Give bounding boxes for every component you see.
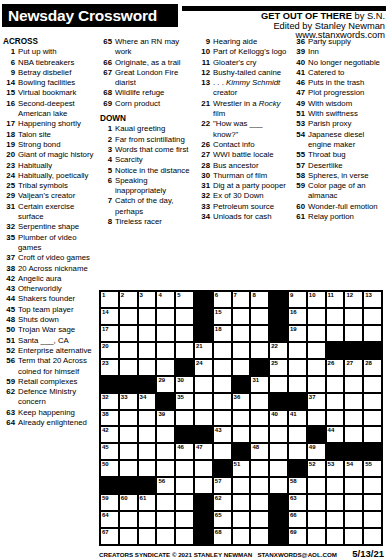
grid-cell[interactable]	[344, 325, 363, 342]
grid-cell[interactable]	[307, 528, 326, 545]
clue-text: Thurman of film	[213, 171, 290, 181]
grid-cell[interactable]: 48	[250, 443, 269, 460]
grid-cell[interactable]: 52	[307, 460, 326, 477]
grid-cell[interactable]	[269, 426, 288, 443]
clue-text: Shakers founder	[18, 294, 97, 304]
clue-number: 4	[100, 155, 112, 165]
grid-cell[interactable]	[269, 477, 288, 494]
clue-number: 25	[3, 181, 15, 191]
grid-cell[interactable]	[307, 359, 326, 376]
grid-cell[interactable]	[232, 511, 251, 528]
black-cell	[269, 494, 288, 511]
grid-cell[interactable]	[175, 410, 194, 427]
grid-cell[interactable]	[213, 443, 232, 460]
grid-cell[interactable]: 16	[288, 308, 307, 325]
grid-cell[interactable]	[138, 342, 157, 359]
black-cell	[156, 393, 175, 410]
grid-cell[interactable]	[175, 342, 194, 359]
grid-cell[interactable]	[232, 426, 251, 443]
down-clue-32: 32Ex of 30 Down	[198, 191, 290, 201]
grid-cell[interactable]	[175, 511, 194, 528]
clue-number: 6	[3, 58, 15, 68]
cell-number: 13	[365, 292, 372, 299]
down-clue-22: 22"How was ___ know?"	[198, 119, 290, 140]
clue-text: Desertlike	[308, 161, 385, 171]
grid-cell[interactable]	[194, 460, 213, 477]
grid-cell[interactable]	[156, 426, 175, 443]
cell-number: 1	[102, 292, 105, 299]
clue-text: Notice in the distance	[115, 166, 196, 176]
clue-text: Great London Fire diarist	[115, 68, 196, 89]
clue-number: 1	[3, 47, 15, 57]
clue-number: 11	[198, 58, 210, 68]
grid-cell[interactable]: 30	[175, 376, 194, 393]
grid-cell[interactable]: 26	[326, 359, 345, 376]
clue-number: 12	[198, 68, 210, 78]
grid-cell[interactable]	[119, 460, 138, 477]
grid-cell[interactable]: 29	[156, 376, 175, 393]
grid-cell[interactable]: 17	[100, 325, 119, 342]
down-clue-8: 8Tireless racer	[100, 217, 196, 227]
grid-cell[interactable]	[175, 325, 194, 342]
grid-cell[interactable]	[232, 494, 251, 511]
grid-cell[interactable]	[156, 511, 175, 528]
grid-cell[interactable]: 66	[288, 511, 307, 528]
clue-text: Habitually, poetically	[18, 171, 97, 181]
black-cell	[138, 477, 157, 494]
down-clue-11: 11Gloater's cry	[198, 58, 290, 68]
grid-cell[interactable]	[307, 511, 326, 528]
grid-cell[interactable]	[326, 511, 345, 528]
grid-cell[interactable]: 64	[100, 511, 119, 528]
grid-cell[interactable]	[250, 308, 269, 325]
grid-cell[interactable]	[250, 494, 269, 511]
grid-cell[interactable]: 12	[344, 291, 363, 308]
grid-cell[interactable]	[138, 359, 157, 376]
grid-cell[interactable]	[213, 359, 232, 376]
grid-cell[interactable]: 65	[213, 511, 232, 528]
grid-cell[interactable]	[232, 359, 251, 376]
grid-cell[interactable]	[232, 528, 251, 545]
grid-cell[interactable]	[344, 410, 363, 427]
grid-cell[interactable]: 4	[156, 291, 175, 308]
clue-text: Defence Ministry concern	[18, 387, 97, 408]
grid-cell[interactable]: 5	[175, 291, 194, 308]
grid-cell[interactable]: 60	[119, 494, 138, 511]
grid-cell[interactable]	[326, 477, 345, 494]
across-clue-69: 69Corn product	[100, 99, 196, 109]
grid-cell[interactable]	[250, 342, 269, 359]
black-cell	[269, 528, 288, 545]
grid-cell[interactable]	[326, 410, 345, 427]
cell-number: 36	[234, 394, 241, 401]
grid-cell[interactable]	[269, 443, 288, 460]
grid-cell[interactable]	[250, 477, 269, 494]
grid-cell[interactable]: 37	[307, 393, 326, 410]
grid-cell[interactable]: 3	[138, 291, 157, 308]
grid-cell[interactable]: 56	[156, 477, 175, 494]
clue-number: 1	[100, 124, 112, 134]
grid-cell[interactable]	[156, 528, 175, 545]
grid-cell[interactable]: 21	[194, 342, 213, 359]
grid-cell[interactable]	[288, 426, 307, 443]
grid-cell[interactable]	[119, 342, 138, 359]
grid-cell[interactable]: 20	[100, 342, 119, 359]
grid-cell[interactable]	[232, 342, 251, 359]
across-clue-52: 52Enterprise alternative	[3, 346, 97, 356]
across-clue-64: 64Already enlightened	[3, 418, 97, 428]
grid-cell[interactable]	[213, 342, 232, 359]
grid-cell[interactable]	[156, 342, 175, 359]
clue-text: Already enlightened	[18, 418, 97, 428]
across-clue-23: 23Habitually	[3, 161, 97, 171]
cell-number: 37	[309, 394, 316, 401]
grid-cell[interactable]: 38	[100, 410, 119, 427]
grid-cell[interactable]	[288, 342, 307, 359]
clue-number: 68	[100, 88, 112, 98]
grid-cell[interactable]: 43	[213, 426, 232, 443]
grid-cell[interactable]: 35	[175, 393, 194, 410]
grid-cell[interactable]: 59	[100, 494, 119, 511]
grid-cell[interactable]: 57	[213, 477, 232, 494]
grid-cell[interactable]: 63	[288, 494, 307, 511]
clue-number: 13	[198, 78, 210, 99]
cell-number: 26	[328, 360, 335, 367]
down-clue-33: 33Petroleum source	[198, 202, 290, 212]
black-cell	[138, 376, 157, 393]
grid-cell[interactable]	[156, 308, 175, 325]
cell-number: 17	[102, 326, 109, 333]
grid-cell[interactable]	[138, 511, 157, 528]
grid-cell[interactable]: 53	[326, 460, 345, 477]
grid-cell[interactable]	[363, 511, 382, 528]
clue-text: Bus ancestor	[213, 161, 290, 171]
grid-cell[interactable]	[175, 528, 194, 545]
grid-cell[interactable]	[363, 494, 382, 511]
clue-text: Trojan War sage	[18, 325, 97, 335]
down-clue-3: 3Words that come first	[100, 145, 196, 155]
grid-cell[interactable]	[250, 410, 269, 427]
grid-cell[interactable]	[194, 410, 213, 427]
clue-text: Spheres, in verse	[308, 171, 385, 181]
clue-number: 6	[100, 176, 112, 197]
grid-cell[interactable]: 15	[213, 308, 232, 325]
grid-cell[interactable]: 31	[250, 376, 269, 393]
grid-cell[interactable]	[363, 308, 382, 325]
grid-cell[interactable]	[363, 426, 382, 443]
grid-cell[interactable]	[326, 494, 345, 511]
grid-cell[interactable]	[307, 410, 326, 427]
grid-cell[interactable]	[269, 376, 288, 393]
grid-cell[interactable]	[363, 528, 382, 545]
grid-cell[interactable]: 51	[232, 460, 251, 477]
across-clue-56: 56Term that 20 Across coined for himself	[3, 356, 97, 377]
black-cell	[194, 308, 213, 325]
grid-cell[interactable]: 23	[100, 359, 119, 376]
grid-cell[interactable]	[363, 376, 382, 393]
grid-cell[interactable]: 6	[213, 291, 232, 308]
cell-number: 32	[102, 394, 109, 401]
grid-cell[interactable]: 18	[213, 325, 232, 342]
across-clue-67: 67Great London Fire diarist	[100, 68, 196, 89]
across-clue-25: 25Tribal symbols	[3, 181, 97, 191]
grid-cell[interactable]	[138, 325, 157, 342]
grid-cell[interactable]	[138, 460, 157, 477]
grid-cell[interactable]: 7	[232, 291, 251, 308]
clue-text: Japanese diesel engine maker	[308, 130, 385, 151]
grid-cell[interactable]	[138, 426, 157, 443]
clue-text: Kauai greeting	[115, 124, 196, 134]
grid-cell[interactable]	[232, 477, 251, 494]
grid-cell[interactable]	[344, 393, 363, 410]
grid-cell[interactable]	[119, 359, 138, 376]
across-clue-20: 20Giant of magic history	[3, 150, 97, 160]
cell-number: 3	[140, 292, 143, 299]
black-cell	[269, 291, 288, 308]
clue-text: "How was ___ know?"	[213, 119, 290, 140]
clue-number: 65	[100, 37, 112, 58]
grid-cell[interactable]: 10	[307, 291, 326, 308]
grid-cell[interactable]	[326, 376, 345, 393]
grid-cell[interactable]: 27	[344, 359, 363, 376]
across-clue-66: 66Originate, as a trail	[100, 58, 196, 68]
grid-cell[interactable]: 67	[100, 528, 119, 545]
grid-cell[interactable]: 9	[288, 291, 307, 308]
grid-cell[interactable]: 62	[213, 494, 232, 511]
black-cell	[232, 376, 251, 393]
grid-cell[interactable]: 42	[100, 426, 119, 443]
grid-cell[interactable]	[156, 443, 175, 460]
grid-cell[interactable]	[194, 393, 213, 410]
grid-cell[interactable]	[288, 359, 307, 376]
clue-text: Certain exercise surface	[18, 202, 97, 223]
grid-cell[interactable]: 28	[363, 359, 382, 376]
black-cell	[100, 376, 119, 393]
grid-cell[interactable]: 44	[326, 426, 345, 443]
clue-number: 30	[198, 171, 210, 181]
grid-cell[interactable]	[288, 443, 307, 460]
clue-text: Happening shortly	[18, 119, 97, 129]
clue-number: 21	[198, 99, 210, 120]
grid-cell[interactable]	[344, 511, 363, 528]
cell-number: 47	[196, 444, 203, 451]
grid-cell[interactable]: 40	[269, 410, 288, 427]
clue-text: Put up with	[18, 47, 97, 57]
grid-cell[interactable]	[213, 393, 232, 410]
cell-number: 20	[102, 343, 109, 350]
grid-cell[interactable]: 2	[119, 291, 138, 308]
grid-cell[interactable]	[307, 376, 326, 393]
grid-cell[interactable]	[156, 460, 175, 477]
grid-cell[interactable]	[156, 359, 175, 376]
cell-number: 11	[328, 292, 334, 299]
grid-cell[interactable]	[213, 376, 232, 393]
grid-cell[interactable]	[119, 443, 138, 460]
grid-cell[interactable]	[250, 393, 269, 410]
grid-cell[interactable]	[156, 494, 175, 511]
cell-number: 62	[215, 495, 222, 502]
grid-cell[interactable]: 36	[232, 393, 251, 410]
grid-cell[interactable]	[119, 308, 138, 325]
grid-cell[interactable]: 24	[194, 359, 213, 376]
grid-cell[interactable]	[363, 410, 382, 427]
puzzle-title: GET OUT OF THERE	[261, 11, 352, 21]
across-clue-35: 35Plumber of video games	[3, 233, 97, 254]
clue-number: 69	[100, 99, 112, 109]
grid-cell[interactable]	[119, 528, 138, 545]
clue-text: Second-deepest American lake	[18, 99, 97, 120]
clue-number: 40	[293, 58, 305, 68]
grid-cell[interactable]	[175, 460, 194, 477]
black-cell	[344, 342, 363, 359]
cell-number: 65	[215, 512, 222, 519]
grid-cell[interactable]: 41	[288, 410, 307, 427]
grid-cell[interactable]	[326, 528, 345, 545]
grid-cell[interactable]: 50	[100, 460, 119, 477]
grid-cell[interactable]	[119, 426, 138, 443]
grid-cell[interactable]	[213, 410, 232, 427]
grid-cell[interactable]	[138, 443, 157, 460]
grid-cell[interactable]: 39	[156, 410, 175, 427]
grid-cell[interactable]: 46	[175, 443, 194, 460]
grid-cell[interactable]	[307, 325, 326, 342]
grid-cell[interactable]	[194, 376, 213, 393]
down-clue-53: 53Parish proxy	[293, 119, 385, 129]
grid-cell[interactable]: 32	[100, 393, 119, 410]
grid-cell[interactable]	[194, 477, 213, 494]
grid-cell[interactable]	[326, 393, 345, 410]
cell-number: 56	[158, 478, 165, 485]
grid-cell[interactable]	[363, 393, 382, 410]
grid-cell[interactable]	[344, 477, 363, 494]
clue-column-4: 36Party supply39Inn40No longer negotiabl…	[293, 37, 385, 222]
cell-number: 66	[290, 512, 297, 519]
grid-cell[interactable]	[344, 308, 363, 325]
grid-cell[interactable]	[344, 376, 363, 393]
clue-text: Wonder-full emotion	[308, 202, 385, 212]
grid-cell[interactable]: 69	[288, 528, 307, 545]
cell-number: 15	[215, 309, 222, 316]
grid-cell[interactable]	[307, 308, 326, 325]
grid-cell[interactable]	[250, 511, 269, 528]
clue-number: 64	[3, 418, 15, 428]
grid-cell[interactable]	[138, 410, 157, 427]
grid-cell[interactable]	[307, 494, 326, 511]
grid-cell[interactable]: 47	[194, 443, 213, 460]
grid-cell[interactable]: 54	[344, 460, 363, 477]
grid-cell[interactable]	[269, 460, 288, 477]
cell-number: 2	[121, 292, 124, 299]
grid-cell[interactable]	[119, 410, 138, 427]
black-cell	[175, 359, 194, 376]
grid-cell[interactable]	[344, 494, 363, 511]
grid-cell[interactable]	[175, 477, 194, 494]
grid-cell[interactable]: 45	[100, 443, 119, 460]
grid-cell[interactable]: 68	[213, 528, 232, 545]
grid-cell[interactable]: 34	[138, 393, 157, 410]
down-clue-51: 51With swiftness	[293, 109, 385, 119]
grid-cell[interactable]: 1	[100, 291, 119, 308]
black-cell	[232, 443, 251, 460]
grid-cell[interactable]	[250, 325, 269, 342]
black-cell	[288, 460, 307, 477]
grid-cell[interactable]: 14	[100, 308, 119, 325]
down-clue-61: 61Relay portion	[293, 212, 385, 222]
cell-number: 60	[121, 495, 128, 502]
grid-cell[interactable]	[232, 325, 251, 342]
grid-cell[interactable]	[119, 325, 138, 342]
grid-cell[interactable]	[250, 528, 269, 545]
grid-cell[interactable]	[326, 325, 345, 342]
grid-cell[interactable]	[363, 477, 382, 494]
grid-cell[interactable]	[156, 325, 175, 342]
across-clues-list: 1Put up with6NBA tiebreakers9Betray disb…	[3, 47, 97, 428]
clue-text: Tireless racer	[115, 217, 196, 227]
black-cell	[194, 528, 213, 545]
clue-number: 51	[3, 336, 15, 346]
grid-cell[interactable]	[307, 342, 326, 359]
grid-cell[interactable]	[232, 308, 251, 325]
across-clue-6: 6NBA tiebreakers	[3, 58, 97, 68]
clue-number: 44	[3, 294, 15, 304]
clue-number: 38	[3, 264, 15, 274]
grid-cell[interactable]	[307, 477, 326, 494]
grid-cell[interactable]: 33	[119, 393, 138, 410]
across-clue-38: 3820 Across nickname	[3, 264, 97, 274]
grid-cell[interactable]	[138, 528, 157, 545]
grid-cell[interactable]	[363, 325, 382, 342]
down-clue-30: 30Thurman of film	[198, 171, 290, 181]
grid-cell[interactable]	[288, 376, 307, 393]
clue-number: 48	[3, 315, 15, 325]
down-clue-26: 26Contact info	[198, 140, 290, 150]
black-cell	[194, 426, 213, 443]
grid-cell[interactable]: 22	[269, 342, 288, 359]
grid-cell[interactable]: 11	[326, 291, 345, 308]
cell-number: 64	[102, 512, 109, 519]
grid-cell[interactable]: 55	[363, 460, 382, 477]
grid-cell[interactable]: 49	[307, 443, 326, 460]
grid-cell[interactable]: 58	[288, 477, 307, 494]
grid-cell[interactable]	[344, 528, 363, 545]
cell-number: 10	[309, 292, 316, 299]
grid-cell[interactable]: 8	[250, 291, 269, 308]
cell-number: 35	[177, 394, 184, 401]
down-clue-5: 5Notice in the distance	[100, 166, 196, 176]
grid-cell[interactable]	[232, 410, 251, 427]
grid-cell[interactable]	[250, 460, 269, 477]
grid-cell[interactable]	[138, 308, 157, 325]
grid-cell[interactable]: 61	[138, 494, 157, 511]
black-cell	[119, 376, 138, 393]
clue-text: Retail complexes	[18, 377, 97, 387]
clue-text: Part of Kellogg's logo	[213, 47, 290, 57]
grid-cell[interactable]: 13	[363, 291, 382, 308]
grid-cell[interactable]	[119, 511, 138, 528]
clue-text: With wisdom	[308, 99, 385, 109]
grid-cell[interactable]	[175, 494, 194, 511]
grid-cell[interactable]	[344, 426, 363, 443]
across-clue-65: 65Where an RN may work	[100, 37, 196, 58]
grid-cell[interactable]	[326, 308, 345, 325]
clue-text: Puts in the trash	[308, 78, 385, 88]
grid-cell[interactable]: 19	[288, 325, 307, 342]
grid-cell[interactable]	[250, 426, 269, 443]
grid-cell[interactable]: 25	[269, 359, 288, 376]
grid-cell[interactable]	[175, 308, 194, 325]
clue-text: Color page of an almanac	[308, 181, 385, 202]
crossword-grid: 1234567891011121314151617181920212223242…	[99, 290, 383, 546]
